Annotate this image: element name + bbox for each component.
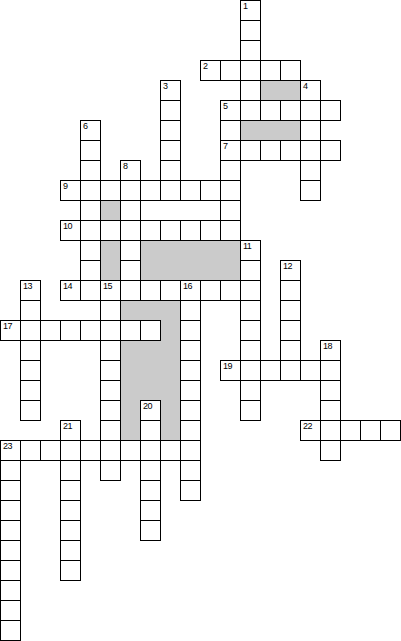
answer-cell-r6c4[interactable]: 6: [80, 120, 101, 141]
answer-cell-r22c2[interactable]: [40, 440, 61, 461]
answer-cell-r12c6[interactable]: [120, 240, 141, 261]
clue-number-18: 18: [323, 342, 332, 350]
answer-cell-r23c7[interactable]: [140, 460, 161, 481]
answer-cell-r12c4[interactable]: [80, 240, 101, 261]
clue-number-13: 13: [23, 282, 32, 290]
answer-cell-r9c8[interactable]: [160, 180, 181, 201]
answer-cell-r3c11[interactable]: [220, 60, 241, 81]
answer-cell-r21c7[interactable]: [140, 420, 161, 441]
answer-cell-r24c3[interactable]: [60, 480, 81, 501]
answer-cell-r7c12[interactable]: [240, 140, 261, 161]
answer-cell-r6c8[interactable]: [160, 120, 181, 141]
shaded-cell-r13c5: [100, 260, 121, 281]
answer-cell-r16c4[interactable]: [80, 320, 101, 341]
answer-cell-r17c16[interactable]: 18: [320, 340, 341, 361]
answer-cell-r21c17[interactable]: [340, 420, 361, 441]
answer-cell-r14c12[interactable]: [240, 280, 261, 301]
answer-cell-r10c4[interactable]: [80, 200, 101, 221]
clue-number-10: 10: [63, 222, 72, 230]
clue-number-6: 6: [83, 122, 88, 130]
clue-number-1: 1: [243, 2, 248, 10]
answer-cell-r15c9[interactable]: [180, 300, 201, 321]
answer-cell-r12c12[interactable]: 11: [240, 240, 261, 261]
answer-cell-r20c7[interactable]: 20: [140, 400, 161, 421]
answer-cell-r16c0[interactable]: 17: [0, 320, 21, 341]
answer-cell-r30c0[interactable]: [0, 600, 21, 621]
answer-cell-r23c9[interactable]: [180, 460, 201, 481]
answer-cell-r22c9[interactable]: [180, 440, 201, 461]
clue-number-9: 9: [63, 182, 68, 190]
clue-number-8: 8: [123, 162, 128, 170]
answer-cell-r2c12[interactable]: [240, 40, 261, 61]
answer-cell-r7c15[interactable]: [300, 140, 321, 161]
answer-cell-r22c16[interactable]: [320, 440, 341, 461]
answer-cell-r4c8[interactable]: 3: [160, 80, 181, 101]
crossword-board: 1234567891011121314151617181920212223: [0, 0, 401, 641]
clue-number-16: 16: [183, 282, 192, 290]
shaded-cell-r18c7: [140, 360, 161, 381]
answer-cell-r28c3[interactable]: [60, 560, 81, 581]
answer-cell-r15c1[interactable]: [20, 300, 41, 321]
answer-cell-r4c15[interactable]: 4: [300, 80, 321, 101]
answer-cell-r18c13[interactable]: [260, 360, 281, 381]
shaded-cell-r13c10: [200, 260, 221, 281]
answer-cell-r5c16[interactable]: [320, 100, 341, 121]
answer-cell-r23c5[interactable]: [100, 460, 121, 481]
answer-cell-r19c16[interactable]: [320, 380, 341, 401]
answer-cell-r22c6[interactable]: [120, 440, 141, 461]
answer-cell-r8c8[interactable]: [160, 160, 181, 181]
answer-cell-r13c4[interactable]: [80, 260, 101, 281]
clue-number-4: 4: [303, 82, 308, 90]
answer-cell-r21c15[interactable]: 22: [300, 420, 321, 441]
shaded-cell-r19c6: [120, 380, 141, 401]
answer-cell-r11c7[interactable]: [140, 220, 161, 241]
answer-cell-r15c14[interactable]: [280, 300, 301, 321]
answer-cell-r18c12[interactable]: [240, 360, 261, 381]
answer-cell-r22c7[interactable]: [140, 440, 161, 461]
answer-cell-r17c12[interactable]: [240, 340, 261, 361]
answer-cell-r18c15[interactable]: [300, 360, 321, 381]
answer-cell-r23c0[interactable]: [0, 460, 21, 481]
answer-cell-r26c7[interactable]: [140, 520, 161, 541]
answer-cell-r16c3[interactable]: [60, 320, 81, 341]
shaded-cell-r12c5: [100, 240, 121, 261]
clue-number-23: 23: [3, 442, 12, 450]
clue-number-3: 3: [163, 82, 168, 90]
answer-cell-r5c8[interactable]: [160, 100, 181, 121]
answer-cell-r3c10[interactable]: 2: [200, 60, 221, 81]
clue-number-11: 11: [243, 242, 251, 250]
answer-cell-r7c14[interactable]: [280, 140, 301, 161]
shaded-cell-r17c6: [120, 340, 141, 361]
answer-cell-r10c6[interactable]: [120, 200, 141, 221]
shaded-cell-r20c6: [120, 400, 141, 421]
answer-cell-r16c7[interactable]: [140, 320, 161, 341]
answer-cell-r21c5[interactable]: [100, 420, 121, 441]
shaded-cell-r15c7: [140, 300, 161, 321]
shaded-cell-r17c7: [140, 340, 161, 361]
answer-cell-r9c10[interactable]: [200, 180, 221, 201]
answer-cell-r21c16[interactable]: [320, 420, 341, 441]
answer-cell-r16c6[interactable]: [120, 320, 141, 341]
answer-cell-r4c12[interactable]: [240, 80, 261, 101]
clue-number-7: 7: [223, 142, 228, 150]
answer-cell-r7c13[interactable]: [260, 140, 281, 161]
answer-cell-r15c5[interactable]: [100, 300, 121, 321]
answer-cell-r20c16[interactable]: [320, 400, 341, 421]
answer-cell-r17c9[interactable]: [180, 340, 201, 361]
shaded-cell-r12c9: [180, 240, 201, 261]
answer-cell-r0c12[interactable]: 1: [240, 0, 261, 21]
shaded-cell-r12c10: [200, 240, 221, 261]
clue-number-5: 5: [223, 102, 228, 110]
answer-cell-r9c4[interactable]: [80, 180, 101, 201]
answer-cell-r16c14[interactable]: [280, 320, 301, 341]
answer-cell-r14c8[interactable]: [160, 280, 181, 301]
answer-cell-r17c5[interactable]: [100, 340, 121, 361]
answer-cell-r6c11[interactable]: [220, 120, 241, 141]
answer-cell-r13c14[interactable]: 12: [280, 260, 301, 281]
answer-cell-r23c3[interactable]: [60, 460, 81, 481]
answer-cell-r28c0[interactable]: [0, 560, 21, 581]
answer-cell-r27c0[interactable]: [0, 540, 21, 561]
answer-cell-r11c9[interactable]: [180, 220, 201, 241]
answer-cell-r18c5[interactable]: [100, 360, 121, 381]
shaded-cell-r18c8: [160, 360, 181, 381]
answer-cell-r20c5[interactable]: [100, 400, 121, 421]
answer-cell-r25c3[interactable]: [60, 500, 81, 521]
answer-cell-r14c14[interactable]: [280, 280, 301, 301]
answer-cell-r26c3[interactable]: [60, 520, 81, 541]
clue-number-19: 19: [223, 362, 232, 370]
answer-cell-r7c16[interactable]: [320, 140, 341, 161]
answer-cell-r22c8[interactable]: [160, 440, 181, 461]
answer-cell-r7c11[interactable]: 7: [220, 140, 241, 161]
answer-cell-r16c1[interactable]: [20, 320, 41, 341]
answer-cell-r9c9[interactable]: [180, 180, 201, 201]
answer-cell-r19c9[interactable]: [180, 380, 201, 401]
answer-cell-r20c9[interactable]: [180, 400, 201, 421]
clue-number-21: 21: [63, 422, 72, 430]
answer-cell-r6c15[interactable]: [300, 120, 321, 141]
answer-cell-r22c0[interactable]: 23: [0, 440, 21, 461]
answer-cell-r22c3[interactable]: [60, 440, 81, 461]
answer-cell-r18c1[interactable]: [20, 360, 41, 381]
answer-cell-r18c16[interactable]: [320, 360, 341, 381]
shaded-cell-r16c8: [160, 320, 181, 341]
answer-cell-r11c11[interactable]: [220, 220, 241, 241]
answer-cell-r11c5[interactable]: [100, 220, 121, 241]
shaded-cell-r21c8: [160, 420, 181, 441]
answer-cell-r14c4[interactable]: [80, 280, 101, 301]
answer-cell-r14c9[interactable]: 16: [180, 280, 201, 301]
answer-cell-r21c9[interactable]: [180, 420, 201, 441]
answer-cell-r24c7[interactable]: [140, 480, 161, 501]
answer-cell-r11c10[interactable]: [200, 220, 221, 241]
answer-cell-r22c5[interactable]: [100, 440, 121, 461]
answer-cell-r15c12[interactable]: [240, 300, 261, 321]
clue-number-2: 2: [203, 62, 208, 70]
shaded-cell-r20c8: [160, 400, 181, 421]
answer-cell-r20c12[interactable]: [240, 400, 261, 421]
answer-cell-r11c6[interactable]: [120, 220, 141, 241]
answer-cell-r22c4[interactable]: [80, 440, 101, 461]
answer-cell-r16c12[interactable]: [240, 320, 261, 341]
answer-cell-r14c11[interactable]: [220, 280, 241, 301]
answer-cell-r8c11[interactable]: [220, 160, 241, 181]
shaded-cell-r13c9: [180, 260, 201, 281]
answer-cell-r18c11[interactable]: 19: [220, 360, 241, 381]
shaded-cell-r12c11: [220, 240, 241, 261]
shaded-cell-r4c13: [260, 80, 281, 101]
answer-cell-r24c0[interactable]: [0, 480, 21, 501]
answer-cell-r20c1[interactable]: [20, 400, 41, 421]
answer-cell-r21c18[interactable]: [360, 420, 381, 441]
answer-cell-r5c12[interactable]: [240, 100, 261, 121]
answer-cell-r13c12[interactable]: [240, 260, 261, 281]
shaded-cell-r13c11: [220, 260, 241, 281]
clue-number-14: 14: [63, 282, 72, 290]
shaded-cell-r15c6: [120, 300, 141, 321]
answer-cell-r14c3[interactable]: 14: [60, 280, 81, 301]
answer-cell-r9c6[interactable]: [120, 180, 141, 201]
answer-cell-r25c0[interactable]: [0, 500, 21, 521]
shaded-cell-r18c6: [120, 360, 141, 381]
shaded-cell-r13c8: [160, 260, 181, 281]
answer-cell-r13c6[interactable]: [120, 260, 141, 281]
shaded-cell-r19c7: [140, 380, 161, 401]
answer-cell-r5c13[interactable]: [260, 100, 281, 121]
answer-cell-r14c6[interactable]: [120, 280, 141, 301]
clue-number-15: 15: [103, 282, 112, 290]
answer-cell-r17c1[interactable]: [20, 340, 41, 361]
answer-cell-r26c0[interactable]: [0, 520, 21, 541]
answer-cell-r8c4[interactable]: [80, 160, 101, 181]
answer-cell-r9c11[interactable]: [220, 180, 241, 201]
shaded-cell-r21c6: [120, 420, 141, 441]
answer-cell-r14c5[interactable]: 15: [100, 280, 121, 301]
answer-cell-r9c7[interactable]: [140, 180, 161, 201]
answer-cell-r8c6[interactable]: 8: [120, 160, 141, 181]
answer-cell-r11c4[interactable]: [80, 220, 101, 241]
answer-cell-r19c1[interactable]: [20, 380, 41, 401]
shaded-cell-r15c8: [160, 300, 181, 321]
answer-cell-r8c15[interactable]: [300, 160, 321, 181]
shaded-cell-r17c8: [160, 340, 181, 361]
answer-cell-r14c1[interactable]: 13: [20, 280, 41, 301]
answer-cell-r16c9[interactable]: [180, 320, 201, 341]
clue-number-22: 22: [303, 422, 312, 430]
shaded-cell-r4c14: [280, 80, 301, 101]
answer-cell-r7c8[interactable]: [160, 140, 181, 161]
answer-cell-r21c3[interactable]: 21: [60, 420, 81, 441]
answer-cell-r16c5[interactable]: [100, 320, 121, 341]
clue-number-17: 17: [3, 322, 12, 330]
clue-number-20: 20: [143, 402, 152, 410]
answer-cell-r18c9[interactable]: [180, 360, 201, 381]
answer-cell-r7c4[interactable]: [80, 140, 101, 161]
answer-cell-r19c12[interactable]: [240, 380, 261, 401]
answer-cell-r31c0[interactable]: [0, 620, 21, 641]
answer-cell-r10c11[interactable]: [220, 200, 241, 221]
answer-cell-r14c7[interactable]: [140, 280, 161, 301]
answer-cell-r27c3[interactable]: [60, 540, 81, 561]
answer-cell-r9c5[interactable]: [100, 180, 121, 201]
answer-cell-r18c14[interactable]: [280, 360, 301, 381]
answer-cell-r5c11[interactable]: 5: [220, 100, 241, 121]
answer-cell-r3c14[interactable]: [280, 60, 301, 81]
clue-number-12: 12: [283, 262, 292, 270]
answer-cell-r29c0[interactable]: [0, 580, 21, 601]
answer-cell-r5c14[interactable]: [280, 100, 301, 121]
answer-cell-r25c7[interactable]: [140, 500, 161, 521]
answer-cell-r19c5[interactable]: [100, 380, 121, 401]
answer-cell-r1c12[interactable]: [240, 20, 261, 41]
answer-cell-r3c13[interactable]: [260, 60, 281, 81]
shaded-cell-r19c8: [160, 380, 181, 401]
answer-cell-r3c12[interactable]: [240, 60, 261, 81]
shaded-cell-r6c13: [260, 120, 281, 141]
shaded-cell-r10c5: [100, 200, 121, 221]
answer-cell-r14c10[interactable]: [200, 280, 221, 301]
answer-cell-r11c8[interactable]: [160, 220, 181, 241]
answer-cell-r9c15[interactable]: [300, 180, 321, 201]
answer-cell-r5c15[interactable]: [300, 100, 321, 121]
answer-cell-r17c14[interactable]: [280, 340, 301, 361]
shaded-cell-r12c7: [140, 240, 161, 261]
shaded-cell-r6c14: [280, 120, 301, 141]
answer-cell-r22c1[interactable]: [20, 440, 41, 461]
answer-cell-r16c2[interactable]: [40, 320, 61, 341]
shaded-cell-r12c8: [160, 240, 181, 261]
shaded-cell-r6c12: [240, 120, 261, 141]
answer-cell-r21c19[interactable]: [380, 420, 401, 441]
answer-cell-r24c9[interactable]: [180, 480, 201, 501]
shaded-cell-r13c7: [140, 260, 161, 281]
answer-cell-r11c3[interactable]: 10: [60, 220, 81, 241]
answer-cell-r9c3[interactable]: 9: [60, 180, 81, 201]
